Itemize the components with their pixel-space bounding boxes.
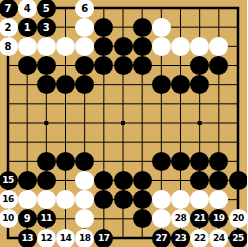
go-stone-white-12: 12 [37,229,56,247]
go-stone-white [171,37,190,56]
go-stone-black-13: 13 [18,229,37,247]
go-stone-black [37,75,56,94]
go-stone-black [114,190,133,209]
go-stone-white-4: 4 [18,0,37,18]
go-stone-black [114,171,133,190]
go-stone-black [37,171,56,190]
go-stone-black-9: 9 [18,209,37,228]
star-point [44,121,48,125]
go-stone-white [152,37,171,56]
go-stone-white [37,37,56,56]
go-stone-black [133,190,152,209]
go-stone-black-3: 3 [37,18,56,37]
go-stone-black [114,56,133,75]
go-stone-white-24: 24 [209,229,228,247]
go-stone-black-1: 1 [18,18,37,37]
go-stone-black [56,152,75,171]
go-stone-white-10: 10 [0,209,18,228]
go-stone-black [190,152,209,171]
go-stone-white-8: 8 [0,37,18,56]
go-stone-black-27: 27 [152,229,171,247]
go-stone-black [75,152,94,171]
go-stone-white [152,18,171,37]
go-stone-black [171,152,190,171]
go-stone-black [133,171,152,190]
go-stone-black [114,37,133,56]
go-stone-white-14: 14 [56,229,75,247]
go-stone-white [56,37,75,56]
go-stone-white-22: 22 [190,229,209,247]
go-board: 7456213815161091128211920131214181727232… [0,0,247,247]
go-stone-black [18,171,37,190]
go-stone-white [75,18,94,37]
go-stone-white [18,190,37,209]
go-stone-black-17: 17 [94,229,113,247]
go-stone-black [133,18,152,37]
go-stone-white-20: 20 [229,209,248,228]
go-stone-white [152,190,171,209]
go-stone-black-7: 7 [0,0,18,18]
go-stone-black [133,37,152,56]
go-stone-black [152,152,171,171]
go-stone-black [37,56,56,75]
go-stone-black-15: 15 [0,171,18,190]
go-stone-white-16: 16 [0,190,18,209]
go-stone-black-5: 5 [37,0,56,18]
go-stone-white [75,37,94,56]
go-stone-black-25: 25 [229,229,248,247]
go-stone-black [152,75,171,94]
go-stone-white-2: 2 [0,18,18,37]
go-stone-black [229,171,248,190]
go-stone-black-23: 23 [171,229,190,247]
go-stone-white [18,37,37,56]
go-stone-black [94,18,113,37]
go-stone-white-6: 6 [75,0,94,18]
go-stone-black [18,56,37,75]
go-stone-white [37,190,56,209]
go-stone-black [37,152,56,171]
star-point [198,121,202,125]
go-stone-black [133,56,152,75]
go-stone-white-18: 18 [75,229,94,247]
star-point [121,121,125,125]
go-stone-white [190,37,209,56]
go-stone-black [133,209,152,228]
